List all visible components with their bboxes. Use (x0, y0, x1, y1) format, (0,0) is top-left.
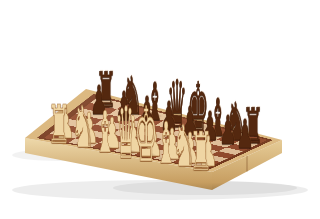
chess-set-photo: ♜♞♝♛♚♝♞♜♟♟♟♟♟♟♟♟♟♟♟♟♟♟♟♟♜♞♝♛♚♝♞♜ (0, 0, 320, 219)
